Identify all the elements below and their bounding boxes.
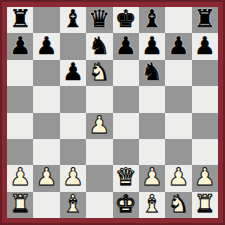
piece-white-queen: ♛ [115,165,137,189]
square-e7[interactable]: ♟ [113,33,139,59]
square-e6[interactable] [113,60,139,86]
piece-white-rook: ♜ [194,192,216,216]
square-h2[interactable]: ♟ [192,165,218,191]
square-d6[interactable]: ♞ [86,60,112,86]
square-a3[interactable] [7,139,33,165]
piece-white-bishop: ♝ [62,192,84,216]
piece-black-bishop: ♝ [62,7,84,31]
square-b4[interactable] [33,113,59,139]
square-c5[interactable] [60,86,86,112]
square-e2[interactable]: ♛ [113,165,139,191]
square-g3[interactable] [165,139,191,165]
square-a4[interactable] [7,113,33,139]
piece-white-bishop: ♝ [141,192,163,216]
square-e3[interactable] [113,139,139,165]
square-h5[interactable] [192,86,218,112]
square-b5[interactable] [33,86,59,112]
piece-black-pawn: ♟ [194,34,216,58]
square-f4[interactable] [139,113,165,139]
piece-white-pawn: ♟ [89,113,111,137]
board-frame: ♜♝♛♚♝♜♟♟♞♟♟♟♟♟♞♞♟♟♟♟♛♟♟♟♜♝♚♝♞♜ [0,0,225,225]
square-b7[interactable]: ♟ [33,33,59,59]
piece-black-knight: ♞ [89,34,111,58]
square-c4[interactable] [60,113,86,139]
square-h3[interactable] [192,139,218,165]
square-f2[interactable]: ♟ [139,165,165,191]
square-b1[interactable] [33,192,59,218]
square-g2[interactable]: ♟ [165,165,191,191]
piece-black-pawn: ♟ [62,60,84,84]
square-c8[interactable]: ♝ [60,7,86,33]
square-g8[interactable] [165,7,191,33]
square-a2[interactable]: ♟ [7,165,33,191]
square-g4[interactable] [165,113,191,139]
piece-white-knight: ♞ [168,192,190,216]
piece-black-knight: ♞ [141,60,163,84]
piece-black-pawn: ♟ [141,34,163,58]
square-h7[interactable]: ♟ [192,33,218,59]
square-b3[interactable] [33,139,59,165]
piece-white-pawn: ♟ [9,165,31,189]
square-d1[interactable] [86,192,112,218]
piece-white-knight: ♞ [89,60,111,84]
square-d2[interactable] [86,165,112,191]
square-f5[interactable] [139,86,165,112]
square-g6[interactable] [165,60,191,86]
piece-black-pawn: ♟ [36,34,58,58]
square-h4[interactable] [192,113,218,139]
square-c1[interactable]: ♝ [60,192,86,218]
square-d5[interactable] [86,86,112,112]
square-b6[interactable] [33,60,59,86]
square-a1[interactable]: ♜ [7,192,33,218]
piece-white-king: ♚ [115,192,137,216]
square-e5[interactable] [113,86,139,112]
square-d8[interactable]: ♛ [86,7,112,33]
square-e1[interactable]: ♚ [113,192,139,218]
piece-white-pawn: ♟ [194,165,216,189]
square-a6[interactable] [7,60,33,86]
piece-black-rook: ♜ [9,7,31,31]
square-f7[interactable]: ♟ [139,33,165,59]
square-f8[interactable]: ♝ [139,7,165,33]
piece-black-rook: ♜ [194,7,216,31]
square-b8[interactable] [33,7,59,33]
square-d3[interactable] [86,139,112,165]
square-g5[interactable] [165,86,191,112]
square-c3[interactable] [60,139,86,165]
piece-black-queen: ♛ [89,7,111,31]
piece-black-bishop: ♝ [141,7,163,31]
square-g7[interactable]: ♟ [165,33,191,59]
square-a7[interactable]: ♟ [7,33,33,59]
piece-white-pawn: ♟ [141,165,163,189]
square-e8[interactable]: ♚ [113,7,139,33]
square-a5[interactable] [7,86,33,112]
square-c6[interactable]: ♟ [60,60,86,86]
square-d4[interactable]: ♟ [86,113,112,139]
square-f1[interactable]: ♝ [139,192,165,218]
piece-white-pawn: ♟ [168,165,190,189]
square-c7[interactable] [60,33,86,59]
piece-black-pawn: ♟ [168,34,190,58]
piece-black-pawn: ♟ [115,34,137,58]
square-f3[interactable] [139,139,165,165]
square-f6[interactable]: ♞ [139,60,165,86]
square-h8[interactable]: ♜ [192,7,218,33]
piece-white-pawn: ♟ [62,165,84,189]
square-d7[interactable]: ♞ [86,33,112,59]
chess-board: ♜♝♛♚♝♜♟♟♞♟♟♟♟♟♞♞♟♟♟♟♛♟♟♟♜♝♚♝♞♜ [7,7,218,218]
square-b2[interactable]: ♟ [33,165,59,191]
square-e4[interactable] [113,113,139,139]
piece-black-king: ♚ [115,7,137,31]
piece-black-pawn: ♟ [9,34,31,58]
piece-white-pawn: ♟ [36,165,58,189]
square-h1[interactable]: ♜ [192,192,218,218]
square-c2[interactable]: ♟ [60,165,86,191]
square-h6[interactable] [192,60,218,86]
square-g1[interactable]: ♞ [165,192,191,218]
piece-white-rook: ♜ [9,192,31,216]
square-a8[interactable]: ♜ [7,7,33,33]
